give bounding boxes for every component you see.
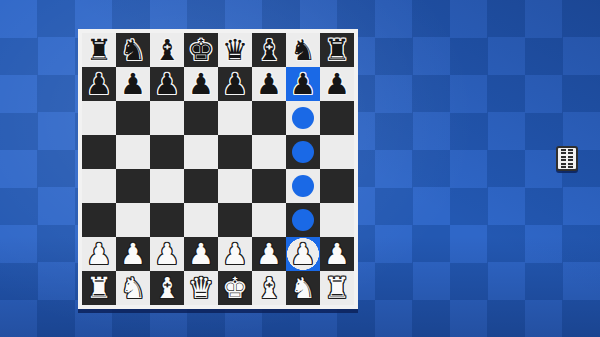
white-pawn[interactable]: ♟: [188, 237, 214, 271]
menu-dot-icon: [568, 163, 573, 168]
board-square[interactable]: ♟: [116, 67, 150, 101]
board-square[interactable]: ♝: [150, 33, 184, 67]
board-square[interactable]: [150, 135, 184, 169]
board-square[interactable]: [116, 101, 150, 135]
board-square[interactable]: ♟: [218, 237, 252, 271]
board-square[interactable]: [218, 169, 252, 203]
black-pawn[interactable]: ♟: [154, 67, 180, 101]
white-bishop[interactable]: ♝: [154, 271, 180, 305]
board-square[interactable]: [320, 203, 354, 237]
board-square[interactable]: [218, 101, 252, 135]
board-square[interactable]: ♜: [82, 271, 116, 305]
board-square[interactable]: [184, 203, 218, 237]
board-square[interactable]: ♟: [320, 237, 354, 271]
board-square[interactable]: ♝: [252, 271, 286, 305]
board-square[interactable]: [286, 101, 320, 135]
board-square[interactable]: [252, 169, 286, 203]
board-square[interactable]: ♟: [184, 67, 218, 101]
board-square[interactable]: ♛: [218, 33, 252, 67]
board-square[interactable]: ♟: [286, 237, 320, 271]
board-square[interactable]: [320, 135, 354, 169]
board-square[interactable]: [286, 135, 320, 169]
black-pawn[interactable]: ♟: [120, 67, 146, 101]
board-square[interactable]: ♟: [82, 237, 116, 271]
board-square[interactable]: [116, 135, 150, 169]
board-square[interactable]: ♟: [218, 67, 252, 101]
white-rook[interactable]: ♜: [86, 271, 112, 305]
black-bishop[interactable]: ♝: [256, 33, 282, 67]
game-screen: ♜♞♝♚♛♝♞♜♟♟♟♟♟♟♟♟♟♟♟♟♟♟♟♟♜♞♝♛♚♝♞♜: [0, 0, 600, 337]
board-square[interactable]: [82, 135, 116, 169]
board-square[interactable]: [286, 169, 320, 203]
menu-dot-icon: [568, 156, 573, 161]
board-square[interactable]: ♟: [286, 67, 320, 101]
black-pawn[interactable]: ♟: [222, 67, 248, 101]
board-square[interactable]: [252, 203, 286, 237]
board-square[interactable]: [150, 169, 184, 203]
black-pawn[interactable]: ♟: [188, 67, 214, 101]
board-square[interactable]: ♟: [252, 67, 286, 101]
menu-dot-icon: [561, 149, 566, 154]
white-pawn[interactable]: ♟: [222, 237, 248, 271]
board-square[interactable]: [184, 101, 218, 135]
menu-dot-icon: [561, 156, 566, 161]
board-square[interactable]: [150, 101, 184, 135]
board-square[interactable]: [286, 203, 320, 237]
white-queen[interactable]: ♛: [188, 271, 214, 305]
move-dot[interactable]: [292, 107, 314, 129]
board-square[interactable]: [150, 203, 184, 237]
board-square[interactable]: ♟: [150, 67, 184, 101]
white-bishop[interactable]: ♝: [256, 271, 282, 305]
board-square[interactable]: ♚: [184, 33, 218, 67]
white-pawn[interactable]: ♟: [154, 237, 180, 271]
board-square[interactable]: ♚: [218, 271, 252, 305]
board-square[interactable]: [252, 135, 286, 169]
white-knight[interactable]: ♞: [290, 271, 316, 305]
black-king[interactable]: ♚: [188, 33, 214, 67]
board-square[interactable]: ♛: [184, 271, 218, 305]
board-square[interactable]: ♟: [150, 237, 184, 271]
move-dot[interactable]: [292, 175, 314, 197]
board-square[interactable]: ♝: [150, 271, 184, 305]
black-bishop[interactable]: ♝: [154, 33, 180, 67]
board-square[interactable]: ♟: [252, 237, 286, 271]
board-square[interactable]: ♜: [82, 33, 116, 67]
board-square[interactable]: [320, 169, 354, 203]
board-square[interactable]: [82, 203, 116, 237]
black-queen[interactable]: ♛: [222, 33, 248, 67]
menu-dot-icon: [561, 163, 566, 168]
board-square[interactable]: ♜: [320, 33, 354, 67]
white-pawn[interactable]: ♟: [324, 237, 350, 271]
grid-menu-button[interactable]: [556, 146, 578, 171]
white-rook[interactable]: ♜: [324, 271, 350, 305]
move-dot[interactable]: [292, 209, 314, 231]
board-square[interactable]: [184, 169, 218, 203]
white-pawn[interactable]: ♟: [256, 237, 282, 271]
board-square[interactable]: ♞: [286, 271, 320, 305]
black-knight[interactable]: ♞: [290, 33, 316, 67]
chess-board[interactable]: ♜♞♝♚♛♝♞♜♟♟♟♟♟♟♟♟♟♟♟♟♟♟♟♟♜♞♝♛♚♝♞♜: [78, 29, 358, 309]
black-pawn[interactable]: ♟: [86, 67, 112, 101]
black-pawn[interactable]: ♟: [256, 67, 282, 101]
board-square[interactable]: ♝: [252, 33, 286, 67]
white-knight[interactable]: ♞: [120, 271, 146, 305]
white-pawn[interactable]: ♟: [120, 237, 146, 271]
board-square[interactable]: ♟: [320, 67, 354, 101]
board-square[interactable]: [82, 101, 116, 135]
board-square[interactable]: [252, 101, 286, 135]
board-square[interactable]: [320, 101, 354, 135]
board-square[interactable]: ♜: [320, 271, 354, 305]
board-square[interactable]: [184, 135, 218, 169]
move-dot[interactable]: [292, 141, 314, 163]
white-king[interactable]: ♚: [222, 271, 248, 305]
black-rook[interactable]: ♜: [86, 33, 112, 67]
board-square[interactable]: [116, 169, 150, 203]
board-square[interactable]: ♟: [116, 237, 150, 271]
white-pawn[interactable]: ♟: [290, 237, 316, 271]
black-pawn[interactable]: ♟: [290, 67, 316, 101]
white-pawn[interactable]: ♟: [86, 237, 112, 271]
board-square[interactable]: ♟: [184, 237, 218, 271]
board-square[interactable]: [218, 203, 252, 237]
board-square[interactable]: ♞: [116, 271, 150, 305]
black-rook[interactable]: ♜: [324, 33, 350, 67]
black-pawn[interactable]: ♟: [324, 67, 350, 101]
board-square[interactable]: ♟: [82, 67, 116, 101]
board-square[interactable]: ♞: [286, 33, 320, 67]
board-square[interactable]: [218, 135, 252, 169]
board-square[interactable]: [82, 169, 116, 203]
black-knight[interactable]: ♞: [120, 33, 146, 67]
board-square[interactable]: ♞: [116, 33, 150, 67]
menu-dot-icon: [568, 149, 573, 154]
board-square[interactable]: [116, 203, 150, 237]
